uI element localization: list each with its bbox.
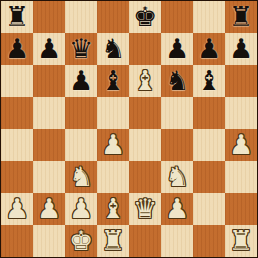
black-rook-h8[interactable]: ♜ <box>225 1 257 33</box>
white-bishop-e6[interactable]: ♝ <box>129 65 161 97</box>
white-rook-d1[interactable]: ♜ <box>97 225 129 257</box>
white-knight-f3[interactable]: ♞ <box>161 161 193 193</box>
white-pawn-f2[interactable]: ♟ <box>161 193 193 225</box>
square-b8[interactable] <box>33 1 65 33</box>
black-queen-c7[interactable]: ♛ <box>65 33 97 65</box>
square-b1[interactable] <box>33 225 65 257</box>
square-f4[interactable] <box>161 129 193 161</box>
square-e5[interactable] <box>129 97 161 129</box>
chess-app: ♜♚♜♟♟♛♞♟♟♟♟♝♝♞♝♟♟♞♞♟♟♟♝♛♟♚♜♜ <box>0 0 258 258</box>
square-g3[interactable] <box>193 161 225 193</box>
square-h7[interactable]: ♟ <box>225 33 257 65</box>
square-b5[interactable] <box>33 97 65 129</box>
square-b6[interactable] <box>33 65 65 97</box>
white-bishop-d2[interactable]: ♝ <box>97 193 129 225</box>
square-d4[interactable]: ♟ <box>97 129 129 161</box>
square-f5[interactable] <box>161 97 193 129</box>
square-h8[interactable]: ♜ <box>225 1 257 33</box>
square-f1[interactable] <box>161 225 193 257</box>
square-e8[interactable]: ♚ <box>129 1 161 33</box>
black-pawn-h7[interactable]: ♟ <box>225 33 257 65</box>
square-b7[interactable]: ♟ <box>33 33 65 65</box>
square-f7[interactable]: ♟ <box>161 33 193 65</box>
square-e3[interactable] <box>129 161 161 193</box>
square-b2[interactable]: ♟ <box>33 193 65 225</box>
white-pawn-b2[interactable]: ♟ <box>33 193 65 225</box>
square-c8[interactable] <box>65 1 97 33</box>
square-a1[interactable] <box>1 225 33 257</box>
black-bishop-d6[interactable]: ♝ <box>97 65 129 97</box>
black-king-e8[interactable]: ♚ <box>129 1 161 33</box>
square-d1[interactable]: ♜ <box>97 225 129 257</box>
white-rook-h1[interactable]: ♜ <box>225 225 257 257</box>
square-c2[interactable]: ♟ <box>65 193 97 225</box>
white-pawn-d4[interactable]: ♟ <box>97 129 129 161</box>
square-a3[interactable] <box>1 161 33 193</box>
square-h4[interactable]: ♟ <box>225 129 257 161</box>
square-e2[interactable]: ♛ <box>129 193 161 225</box>
square-g6[interactable]: ♝ <box>193 65 225 97</box>
square-f8[interactable] <box>161 1 193 33</box>
square-a4[interactable] <box>1 129 33 161</box>
square-b3[interactable] <box>33 161 65 193</box>
white-knight-c3[interactable]: ♞ <box>65 161 97 193</box>
black-pawn-b7[interactable]: ♟ <box>33 33 65 65</box>
square-g8[interactable] <box>193 1 225 33</box>
square-c7[interactable]: ♛ <box>65 33 97 65</box>
square-e6[interactable]: ♝ <box>129 65 161 97</box>
square-a2[interactable]: ♟ <box>1 193 33 225</box>
square-e4[interactable] <box>129 129 161 161</box>
square-g5[interactable] <box>193 97 225 129</box>
square-d6[interactable]: ♝ <box>97 65 129 97</box>
black-pawn-c6[interactable]: ♟ <box>65 65 97 97</box>
black-pawn-f7[interactable]: ♟ <box>161 33 193 65</box>
square-c5[interactable] <box>65 97 97 129</box>
square-c6[interactable]: ♟ <box>65 65 97 97</box>
square-h6[interactable] <box>225 65 257 97</box>
square-g4[interactable] <box>193 129 225 161</box>
white-pawn-c2[interactable]: ♟ <box>65 193 97 225</box>
square-b4[interactable] <box>33 129 65 161</box>
black-rook-a8[interactable]: ♜ <box>1 1 33 33</box>
square-f3[interactable]: ♞ <box>161 161 193 193</box>
square-e1[interactable] <box>129 225 161 257</box>
square-d3[interactable] <box>97 161 129 193</box>
chess-board: ♜♚♜♟♟♛♞♟♟♟♟♝♝♞♝♟♟♞♞♟♟♟♝♛♟♚♜♜ <box>0 0 258 258</box>
black-pawn-g7[interactable]: ♟ <box>193 33 225 65</box>
square-f2[interactable]: ♟ <box>161 193 193 225</box>
square-c3[interactable]: ♞ <box>65 161 97 193</box>
square-a5[interactable] <box>1 97 33 129</box>
square-h1[interactable]: ♜ <box>225 225 257 257</box>
square-c4[interactable] <box>65 129 97 161</box>
square-h3[interactable] <box>225 161 257 193</box>
square-f6[interactable]: ♞ <box>161 65 193 97</box>
square-h2[interactable] <box>225 193 257 225</box>
square-g7[interactable]: ♟ <box>193 33 225 65</box>
square-g1[interactable] <box>193 225 225 257</box>
square-a7[interactable]: ♟ <box>1 33 33 65</box>
white-pawn-h4[interactable]: ♟ <box>225 129 257 161</box>
white-queen-e2[interactable]: ♛ <box>129 193 161 225</box>
square-d8[interactable] <box>97 1 129 33</box>
white-king-c1[interactable]: ♚ <box>65 225 97 257</box>
square-g2[interactable] <box>193 193 225 225</box>
square-a6[interactable] <box>1 65 33 97</box>
square-c1[interactable]: ♚ <box>65 225 97 257</box>
white-pawn-a2[interactable]: ♟ <box>1 193 33 225</box>
black-knight-f6[interactable]: ♞ <box>161 65 193 97</box>
square-d2[interactable]: ♝ <box>97 193 129 225</box>
black-bishop-g6[interactable]: ♝ <box>193 65 225 97</box>
square-h5[interactable] <box>225 97 257 129</box>
black-pawn-a7[interactable]: ♟ <box>1 33 33 65</box>
black-knight-d7[interactable]: ♞ <box>97 33 129 65</box>
square-d5[interactable] <box>97 97 129 129</box>
square-a8[interactable]: ♜ <box>1 1 33 33</box>
square-d7[interactable]: ♞ <box>97 33 129 65</box>
square-e7[interactable] <box>129 33 161 65</box>
